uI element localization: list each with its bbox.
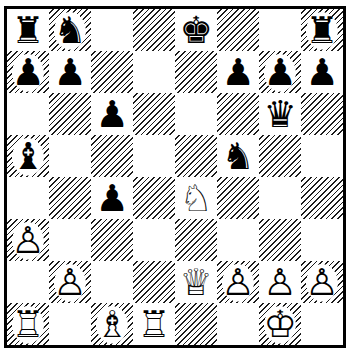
- square-b7[interactable]: ♟: [49, 51, 91, 93]
- square-g6[interactable]: ♛: [259, 93, 301, 135]
- square-h4[interactable]: [301, 177, 343, 219]
- square-c8[interactable]: [91, 9, 133, 51]
- white-pawn-b2: ♙: [49, 261, 91, 303]
- black-pawn-b7: ♟: [49, 51, 91, 93]
- black-pawn-h7: ♟: [301, 51, 343, 93]
- square-a4[interactable]: [7, 177, 49, 219]
- square-d3[interactable]: [133, 219, 175, 261]
- black-pawn-c6: ♟: [91, 93, 133, 135]
- square-c1[interactable]: ♗: [91, 303, 133, 345]
- white-queen-e2: ♕: [175, 261, 217, 303]
- white-pawn-h2: ♙: [301, 261, 343, 303]
- square-h5[interactable]: [301, 135, 343, 177]
- square-b5[interactable]: [49, 135, 91, 177]
- square-f8[interactable]: [217, 9, 259, 51]
- square-b3[interactable]: [49, 219, 91, 261]
- square-c3[interactable]: [91, 219, 133, 261]
- black-rook-h8: ♜: [301, 9, 343, 51]
- square-e5[interactable]: [175, 135, 217, 177]
- square-d1[interactable]: ♖: [133, 303, 175, 345]
- square-c6[interactable]: ♟: [91, 93, 133, 135]
- square-a3[interactable]: ♙: [7, 219, 49, 261]
- square-h7[interactable]: ♟: [301, 51, 343, 93]
- square-f4[interactable]: [217, 177, 259, 219]
- square-d8[interactable]: [133, 9, 175, 51]
- square-f7[interactable]: ♟: [217, 51, 259, 93]
- square-b6[interactable]: [49, 93, 91, 135]
- square-a5[interactable]: ♝: [7, 135, 49, 177]
- square-h6[interactable]: [301, 93, 343, 135]
- white-rook-a1: ♖: [7, 303, 49, 345]
- square-a8[interactable]: ♜: [7, 9, 49, 51]
- white-rook-d1: ♖: [133, 303, 175, 345]
- square-d5[interactable]: [133, 135, 175, 177]
- square-e4[interactable]: ♘: [175, 177, 217, 219]
- square-d4[interactable]: [133, 177, 175, 219]
- black-knight-b8: ♞: [49, 9, 91, 51]
- square-d7[interactable]: [133, 51, 175, 93]
- square-c2[interactable]: [91, 261, 133, 303]
- white-king-g1: ♔: [259, 303, 301, 345]
- black-knight-f5: ♞: [217, 135, 259, 177]
- black-pawn-f7: ♟: [217, 51, 259, 93]
- square-e3[interactable]: [175, 219, 217, 261]
- black-bishop-a5: ♝: [7, 135, 49, 177]
- square-b4[interactable]: [49, 177, 91, 219]
- square-g4[interactable]: [259, 177, 301, 219]
- square-g5[interactable]: [259, 135, 301, 177]
- square-b8[interactable]: ♞: [49, 9, 91, 51]
- square-h1[interactable]: [301, 303, 343, 345]
- white-pawn-f2: ♙: [217, 261, 259, 303]
- square-d2[interactable]: [133, 261, 175, 303]
- square-c7[interactable]: [91, 51, 133, 93]
- white-pawn-g2: ♙: [259, 261, 301, 303]
- square-a1[interactable]: ♖: [7, 303, 49, 345]
- square-g2[interactable]: ♙: [259, 261, 301, 303]
- square-e8[interactable]: ♚: [175, 9, 217, 51]
- square-h3[interactable]: [301, 219, 343, 261]
- square-e1[interactable]: [175, 303, 217, 345]
- square-h8[interactable]: ♜: [301, 9, 343, 51]
- chess-board: ♜♞♚♜♟♟♟♟♟♟♛♝♞♟♘♙♙♕♙♙♙♖♗♖♔: [4, 6, 346, 348]
- square-d6[interactable]: [133, 93, 175, 135]
- black-pawn-a7: ♟: [7, 51, 49, 93]
- black-king-e8: ♚: [175, 9, 217, 51]
- square-a7[interactable]: ♟: [7, 51, 49, 93]
- square-g8[interactable]: [259, 9, 301, 51]
- black-pawn-c4: ♟: [91, 177, 133, 219]
- square-f2[interactable]: ♙: [217, 261, 259, 303]
- square-g1[interactable]: ♔: [259, 303, 301, 345]
- black-queen-g6: ♛: [259, 93, 301, 135]
- black-rook-a8: ♜: [7, 9, 49, 51]
- square-f3[interactable]: [217, 219, 259, 261]
- square-b2[interactable]: ♙: [49, 261, 91, 303]
- square-e7[interactable]: [175, 51, 217, 93]
- square-g3[interactable]: [259, 219, 301, 261]
- square-g7[interactable]: ♟: [259, 51, 301, 93]
- square-c5[interactable]: [91, 135, 133, 177]
- black-pawn-g7: ♟: [259, 51, 301, 93]
- square-a6[interactable]: [7, 93, 49, 135]
- square-c4[interactable]: ♟: [91, 177, 133, 219]
- square-e2[interactable]: ♕: [175, 261, 217, 303]
- square-b1[interactable]: [49, 303, 91, 345]
- white-knight-e4: ♘: [175, 177, 217, 219]
- square-h2[interactable]: ♙: [301, 261, 343, 303]
- white-bishop-c1: ♗: [91, 303, 133, 345]
- square-f6[interactable]: [217, 93, 259, 135]
- square-f1[interactable]: [217, 303, 259, 345]
- square-a2[interactable]: [7, 261, 49, 303]
- white-pawn-a3: ♙: [7, 219, 49, 261]
- square-e6[interactable]: [175, 93, 217, 135]
- square-f5[interactable]: ♞: [217, 135, 259, 177]
